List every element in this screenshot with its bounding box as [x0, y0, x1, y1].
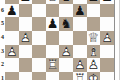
- square-e5[interactable]: ♞: [59, 17, 73, 31]
- square-b2[interactable]: [19, 58, 33, 72]
- square-e1[interactable]: [59, 72, 73, 80]
- right-edge-line: [119, 0, 121, 80]
- square-g2[interactable]: ♟♙: [87, 58, 101, 72]
- square-f1[interactable]: ♜♖: [73, 72, 87, 80]
- piece-white-pawn-f2[interactable]: ♟♙: [73, 58, 87, 72]
- chess-diagram: ♟♛♝♟♟♟♟♟♞♟♙♛♕♟♙♟♙♟♙♝♗♜♖♟♙♟♙♜♖♚♔ 654321: [0, 0, 120, 80]
- square-h3[interactable]: [100, 45, 114, 59]
- rank-label-3: 3: [0, 45, 5, 59]
- pawn-icon: ♙: [5, 45, 19, 59]
- piece-black-pawn-f6[interactable]: ♟: [73, 4, 87, 18]
- piece-black-pawn-a6[interactable]: ♟: [5, 4, 19, 18]
- square-a1[interactable]: [5, 72, 19, 80]
- piece-black-knight-e5[interactable]: ♞: [59, 17, 73, 31]
- square-g6[interactable]: [87, 4, 101, 18]
- piece-white-pawn-g2[interactable]: ♟♙: [87, 58, 101, 72]
- square-g1[interactable]: ♚♔: [87, 72, 101, 80]
- rank-label-6: 6: [0, 4, 5, 18]
- piece-white-bishop-g3[interactable]: ♝♗: [87, 45, 101, 59]
- square-d1[interactable]: [46, 72, 60, 80]
- piece-white-pawn-h4[interactable]: ♟♙: [100, 31, 114, 45]
- piece-white-king-g1[interactable]: ♚♔: [87, 72, 101, 80]
- square-f3[interactable]: [73, 45, 87, 59]
- square-h4[interactable]: ♟♙: [100, 31, 114, 45]
- square-d3[interactable]: [46, 45, 60, 59]
- square-e3[interactable]: ♟♙: [59, 45, 73, 59]
- square-h2[interactable]: [100, 58, 114, 72]
- square-f5[interactable]: [73, 17, 87, 31]
- square-g3[interactable]: ♝♗: [87, 45, 101, 59]
- square-a6[interactable]: ♟: [5, 4, 19, 18]
- square-d5[interactable]: ♟: [46, 17, 60, 31]
- piece-white-rook-d2[interactable]: ♜♖: [46, 58, 60, 72]
- square-g5[interactable]: [87, 17, 101, 31]
- square-b1[interactable]: [19, 72, 33, 80]
- square-h6[interactable]: [100, 4, 114, 18]
- square-f4[interactable]: [73, 31, 87, 45]
- pawn-icon: ♙: [87, 58, 101, 72]
- square-g4[interactable]: ♛♕: [87, 31, 101, 45]
- square-c2[interactable]: [32, 58, 46, 72]
- piece-white-rook-f1[interactable]: ♜♖: [73, 72, 87, 80]
- square-c6[interactable]: [32, 4, 46, 18]
- rank-label-1: 1: [0, 72, 5, 80]
- rook-icon: ♖: [46, 58, 60, 72]
- square-e4[interactable]: [59, 31, 73, 45]
- square-b5[interactable]: [19, 17, 33, 31]
- square-d2[interactable]: ♜♖: [46, 58, 60, 72]
- chess-board[interactable]: ♟♛♝♟♟♟♟♟♞♟♙♛♕♟♙♟♙♟♙♝♗♜♖♟♙♟♙♜♖♚♔: [5, 0, 115, 80]
- rank-label-4: 4: [0, 31, 5, 45]
- piece-white-pawn-b4[interactable]: ♟♙: [19, 31, 33, 45]
- rank-label-5: 5: [0, 17, 5, 31]
- king-icon: ♔: [87, 72, 101, 80]
- square-e6[interactable]: [59, 4, 73, 18]
- square-f6[interactable]: ♟: [73, 4, 87, 18]
- square-a3[interactable]: ♟♙: [5, 45, 19, 59]
- square-a5[interactable]: [5, 17, 19, 31]
- square-h5[interactable]: [100, 17, 114, 31]
- pawn-icon: ♙: [19, 31, 33, 45]
- piece-black-pawn-d5[interactable]: ♟: [46, 17, 60, 31]
- piece-white-pawn-a3[interactable]: ♟♙: [5, 45, 19, 59]
- square-f2[interactable]: ♟♙: [73, 58, 87, 72]
- square-c3[interactable]: [32, 45, 46, 59]
- square-a4[interactable]: [5, 31, 19, 45]
- queen-icon: ♕: [87, 31, 101, 45]
- square-d6[interactable]: [46, 4, 60, 18]
- square-a2[interactable]: [5, 58, 19, 72]
- square-c5[interactable]: [32, 17, 46, 31]
- square-e2[interactable]: [59, 58, 73, 72]
- pawn-icon: ♙: [73, 58, 87, 72]
- square-b3[interactable]: [19, 45, 33, 59]
- bishop-icon: ♗: [87, 45, 101, 59]
- square-b4[interactable]: ♟♙: [19, 31, 33, 45]
- square-b6[interactable]: [19, 4, 33, 18]
- rank-label-2: 2: [0, 58, 5, 72]
- square-c1[interactable]: [32, 72, 46, 80]
- rook-icon: ♖: [73, 72, 87, 80]
- square-c4[interactable]: [32, 31, 46, 45]
- pawn-icon: ♙: [100, 31, 114, 45]
- piece-white-pawn-e3[interactable]: ♟♙: [59, 45, 73, 59]
- piece-white-queen-g4[interactable]: ♛♕: [87, 31, 101, 45]
- square-d4[interactable]: [46, 31, 60, 45]
- square-h1[interactable]: [100, 72, 114, 80]
- pawn-icon: ♙: [59, 45, 73, 59]
